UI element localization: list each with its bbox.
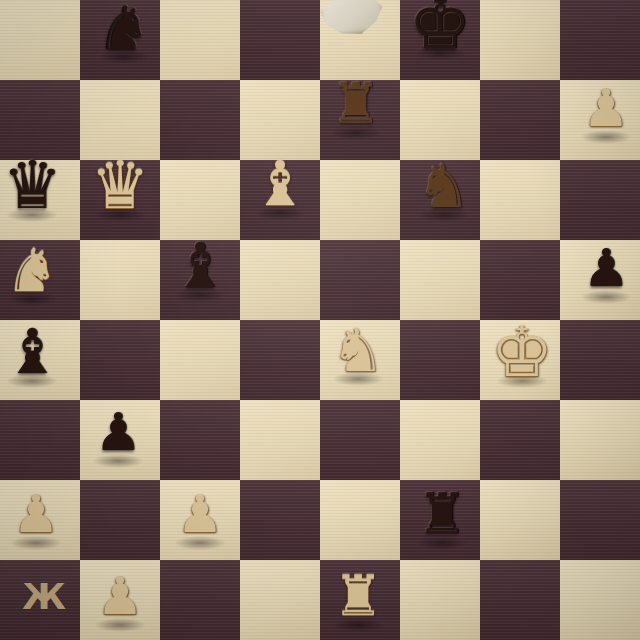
white-pawn-glyph: ♟: [13, 488, 60, 540]
square-a1[interactable]: Ж: [0, 560, 80, 640]
square-h2[interactable]: [560, 480, 640, 560]
square-d6[interactable]: ♝: [240, 160, 320, 240]
piece-white-pawn-h7[interactable]: ♟: [566, 68, 640, 148]
square-d4[interactable]: [240, 320, 320, 400]
square-e1[interactable]: ♜: [320, 560, 400, 640]
square-f1[interactable]: [400, 560, 480, 640]
piece-white-pawn-a2[interactable]: ♟: [0, 474, 76, 554]
piece-white-pawn-c2[interactable]: ♟: [160, 474, 240, 554]
square-h5[interactable]: ♟: [560, 240, 640, 320]
piece-black-bishop-a4[interactable]: ♝: [0, 312, 72, 392]
square-e3[interactable]: [320, 400, 400, 480]
square-e6[interactable]: [320, 160, 400, 240]
square-g1[interactable]: [480, 560, 560, 640]
square-c4[interactable]: [160, 320, 240, 400]
piece-white-knight-a5[interactable]: ♞: [0, 230, 72, 310]
black-knight-glyph: ♞: [97, 0, 151, 58]
black-pawn-glyph: ♟: [95, 406, 142, 458]
square-e2[interactable]: [320, 480, 400, 560]
square-f5[interactable]: [400, 240, 480, 320]
black-rook-glyph: ♜: [331, 76, 381, 132]
chess-board: ♞♚♜♟♛♛♝♞♞♝♟♝♞♚♟♟♟♜Ж♟♜: [0, 0, 640, 640]
white-pawn-glyph: ♟: [97, 570, 144, 622]
square-b4[interactable]: [80, 320, 160, 400]
square-b3[interactable]: ♟: [80, 400, 160, 480]
square-g4[interactable]: ♚: [480, 320, 560, 400]
square-c2[interactable]: ♟: [160, 480, 240, 560]
white-bishop-glyph: ♝: [252, 153, 308, 215]
square-a2[interactable]: ♟: [0, 480, 80, 560]
square-d5[interactable]: [240, 240, 320, 320]
square-f4[interactable]: [400, 320, 480, 400]
white-pawn-glyph: ♟: [177, 488, 224, 540]
piece-white-queen-b6[interactable]: ♛: [80, 146, 160, 226]
square-g2[interactable]: [480, 480, 560, 560]
square-h3[interactable]: [560, 400, 640, 480]
square-c1[interactable]: [160, 560, 240, 640]
square-a8[interactable]: [0, 0, 80, 80]
square-h1[interactable]: [560, 560, 640, 640]
square-g3[interactable]: [480, 400, 560, 480]
square-d8[interactable]: [240, 0, 320, 80]
square-c8[interactable]: [160, 0, 240, 80]
white-king-glyph: ♚: [491, 317, 554, 387]
piece-black-pawn-h5[interactable]: ♟: [566, 228, 640, 308]
square-f3[interactable]: [400, 400, 480, 480]
square-a6[interactable]: ♛: [0, 160, 80, 240]
square-g8[interactable]: [480, 0, 560, 80]
black-queen-glyph: ♛: [2, 153, 61, 219]
square-c7[interactable]: [160, 80, 240, 160]
white-queen-glyph: ♛: [90, 153, 149, 219]
black-knight-glyph: ♞: [417, 156, 471, 216]
square-a5[interactable]: ♞: [0, 240, 80, 320]
square-h7[interactable]: ♟: [560, 80, 640, 160]
maker-logo: Ж: [22, 576, 66, 617]
black-bishop-glyph: ♝: [4, 321, 60, 383]
square-e7[interactable]: ♜: [320, 80, 400, 160]
black-bishop-glyph: ♝: [172, 235, 228, 297]
piece-white-bishop-d6[interactable]: ♝: [240, 144, 320, 224]
piece-white-knight-e4[interactable]: ♞: [318, 310, 398, 390]
square-b5[interactable]: [80, 240, 160, 320]
square-g5[interactable]: [480, 240, 560, 320]
piece-white-rook-e1[interactable]: ♜: [318, 556, 398, 636]
square-f2[interactable]: ♜: [400, 480, 480, 560]
square-a4[interactable]: ♝: [0, 320, 80, 400]
piece-black-rook-e7[interactable]: ♜: [316, 64, 396, 144]
square-f8[interactable]: ♚: [400, 0, 480, 80]
square-b6[interactable]: ♛: [80, 160, 160, 240]
square-g7[interactable]: [480, 80, 560, 160]
piece-black-knight-b8[interactable]: ♞: [84, 0, 164, 68]
square-g6[interactable]: [480, 160, 560, 240]
square-f6[interactable]: ♞: [400, 160, 480, 240]
square-b2[interactable]: [80, 480, 160, 560]
square-c3[interactable]: [160, 400, 240, 480]
square-h4[interactable]: [560, 320, 640, 400]
square-e5[interactable]: [320, 240, 400, 320]
square-c5[interactable]: ♝: [160, 240, 240, 320]
piece-black-knight-f6[interactable]: ♞: [404, 146, 484, 226]
piece-white-king-g4[interactable]: ♚: [482, 312, 562, 392]
square-b1[interactable]: ♟: [80, 560, 160, 640]
piece-black-pawn-b3[interactable]: ♟: [78, 392, 158, 472]
piece-black-rook-f2[interactable]: ♜: [402, 474, 482, 554]
square-b8[interactable]: ♞: [80, 0, 160, 80]
black-pawn-glyph: ♟: [583, 242, 630, 294]
piece-white-pawn-b1[interactable]: ♟: [80, 556, 160, 636]
white-knight-glyph: ♞: [5, 240, 59, 300]
white-knight-glyph: ♞: [331, 320, 385, 380]
black-rook-glyph: ♜: [417, 486, 467, 542]
square-d2[interactable]: [240, 480, 320, 560]
piece-black-bishop-c5[interactable]: ♝: [160, 226, 240, 306]
square-e4[interactable]: ♞: [320, 320, 400, 400]
white-pawn-glyph: ♟: [583, 82, 630, 134]
white-rook-glyph: ♜: [333, 568, 383, 624]
chess-photo: ♞♚♜♟♛♛♝♞♞♝♟♝♞♚♟♟♟♜Ж♟♜: [0, 0, 640, 640]
piece-black-queen-a6[interactable]: ♛: [0, 146, 72, 226]
piece-black-king-f8[interactable]: ♚: [400, 0, 480, 64]
square-a3[interactable]: [0, 400, 80, 480]
square-d3[interactable]: [240, 400, 320, 480]
black-king-glyph: ♚: [409, 0, 472, 59]
square-d1[interactable]: [240, 560, 320, 640]
